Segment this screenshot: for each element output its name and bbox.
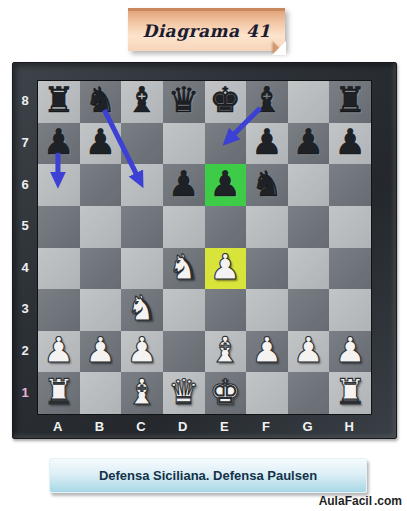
- file-label-d: D: [162, 413, 204, 439]
- square-f2[interactable]: ♟: [246, 331, 288, 373]
- piece-black-bishop: ♝: [126, 83, 157, 118]
- title-banner: Diagrama 41: [128, 8, 285, 51]
- square-c8[interactable]: ♝: [121, 81, 163, 123]
- square-h8[interactable]: ♜: [329, 81, 371, 123]
- square-b5[interactable]: [80, 206, 122, 248]
- piece-black-knight: ♞: [251, 167, 282, 202]
- piece-white-pawn: ♟: [126, 333, 157, 368]
- square-h2[interactable]: ♟: [329, 331, 371, 373]
- square-g4[interactable]: [288, 248, 330, 290]
- square-f1[interactable]: [246, 372, 288, 414]
- square-h6[interactable]: [329, 164, 371, 206]
- square-h5[interactable]: [329, 206, 371, 248]
- piece-white-rook: ♜: [334, 375, 365, 410]
- square-c6[interactable]: [121, 164, 163, 206]
- piece-black-pawn: ♟: [334, 125, 365, 160]
- file-label-f: F: [245, 413, 287, 439]
- square-a7[interactable]: ♟: [38, 123, 80, 165]
- chess-board-frame: 87654321 ABCDEFGH ♜♞♝♛♚♝♜♟♟♟♟♟♟♟♞♞♟♞♟♟♟♝…: [12, 62, 397, 439]
- piece-black-pawn: ♟: [293, 125, 324, 160]
- rank-label-5: 5: [13, 205, 37, 247]
- piece-black-king: ♚: [210, 83, 241, 118]
- square-e3[interactable]: [205, 289, 247, 331]
- square-f8[interactable]: ♝: [246, 81, 288, 123]
- square-g6[interactable]: [288, 164, 330, 206]
- square-c2[interactable]: ♟: [121, 331, 163, 373]
- square-e4[interactable]: ♟: [205, 248, 247, 290]
- piece-white-pawn: ♟: [85, 333, 116, 368]
- square-a5[interactable]: [38, 206, 80, 248]
- file-label-c: C: [120, 413, 162, 439]
- square-d8[interactable]: ♛: [163, 81, 205, 123]
- caption-text: Defensa Siciliana. Defensa Paulsen: [99, 468, 317, 483]
- square-b2[interactable]: ♟: [80, 331, 122, 373]
- rank-labels: 87654321: [13, 80, 37, 413]
- square-a4[interactable]: [38, 248, 80, 290]
- square-h4[interactable]: [329, 248, 371, 290]
- piece-white-bishop: ♝: [126, 375, 157, 410]
- rank-label-3: 3: [13, 288, 37, 330]
- square-e7[interactable]: [205, 123, 247, 165]
- square-d1[interactable]: ♛: [163, 372, 205, 414]
- square-e6[interactable]: ♟: [205, 164, 247, 206]
- site-tld: .com: [374, 494, 402, 508]
- piece-black-pawn: ♟: [210, 167, 241, 202]
- square-h7[interactable]: ♟: [329, 123, 371, 165]
- square-b1[interactable]: [80, 372, 122, 414]
- square-g7[interactable]: ♟: [288, 123, 330, 165]
- square-g3[interactable]: [288, 289, 330, 331]
- square-e1[interactable]: ♚: [205, 372, 247, 414]
- piece-black-rook: ♜: [334, 83, 365, 118]
- file-label-b: B: [79, 413, 121, 439]
- square-b3[interactable]: [80, 289, 122, 331]
- square-d2[interactable]: [163, 331, 205, 373]
- square-b6[interactable]: [80, 164, 122, 206]
- piece-white-king: ♚: [210, 375, 241, 410]
- square-g5[interactable]: [288, 206, 330, 248]
- square-g1[interactable]: [288, 372, 330, 414]
- rank-label-2: 2: [13, 330, 37, 372]
- rank-label-1: 1: [13, 371, 37, 413]
- square-f5[interactable]: [246, 206, 288, 248]
- square-f3[interactable]: [246, 289, 288, 331]
- square-e8[interactable]: ♚: [205, 81, 247, 123]
- file-labels: ABCDEFGH: [37, 413, 370, 439]
- square-b7[interactable]: ♟: [80, 123, 122, 165]
- piece-white-pawn: ♟: [293, 333, 324, 368]
- piece-black-queen: ♛: [168, 83, 199, 118]
- rank-label-6: 6: [13, 163, 37, 205]
- square-d5[interactable]: [163, 206, 205, 248]
- rank-label-7: 7: [13, 122, 37, 164]
- square-d4[interactable]: ♞: [163, 248, 205, 290]
- square-f4[interactable]: [246, 248, 288, 290]
- piece-white-pawn: ♟: [43, 333, 74, 368]
- piece-black-pawn: ♟: [251, 125, 282, 160]
- title-banner-text: Diagrama 41: [142, 21, 270, 41]
- piece-black-knight: ♞: [85, 83, 116, 118]
- square-a1[interactable]: ♜: [38, 372, 80, 414]
- piece-white-queen: ♛: [168, 375, 199, 410]
- square-f6[interactable]: ♞: [246, 164, 288, 206]
- square-e2[interactable]: ♝: [205, 331, 247, 373]
- square-a3[interactable]: [38, 289, 80, 331]
- square-c4[interactable]: [121, 248, 163, 290]
- piece-white-knight: ♞: [168, 250, 199, 285]
- square-d7[interactable]: [163, 123, 205, 165]
- piece-white-rook: ♜: [43, 375, 74, 410]
- square-c1[interactable]: ♝: [121, 372, 163, 414]
- square-a8[interactable]: ♜: [38, 81, 80, 123]
- square-d3[interactable]: [163, 289, 205, 331]
- caption-box: Defensa Siciliana. Defensa Paulsen: [49, 458, 367, 493]
- file-label-e: E: [204, 413, 246, 439]
- square-c3[interactable]: ♞: [121, 289, 163, 331]
- square-c7[interactable]: [121, 123, 163, 165]
- square-b8[interactable]: ♞: [80, 81, 122, 123]
- rank-label-8: 8: [13, 80, 37, 122]
- piece-black-pawn: ♟: [43, 125, 74, 160]
- square-g2[interactable]: ♟: [288, 331, 330, 373]
- square-e5[interactable]: [205, 206, 247, 248]
- file-label-g: G: [287, 413, 329, 439]
- square-b4[interactable]: [80, 248, 122, 290]
- piece-white-pawn: ♟: [334, 333, 365, 368]
- rank-label-4: 4: [13, 247, 37, 289]
- file-label-a: A: [37, 413, 79, 439]
- square-h3[interactable]: [329, 289, 371, 331]
- piece-black-pawn: ♟: [168, 167, 199, 202]
- piece-white-pawn: ♟: [210, 250, 241, 285]
- piece-white-pawn: ♟: [251, 333, 282, 368]
- square-a6[interactable]: [38, 164, 80, 206]
- file-label-h: H: [328, 413, 370, 439]
- piece-black-bishop: ♝: [251, 83, 282, 118]
- square-g8[interactable]: [288, 81, 330, 123]
- site-watermark: AulaFacil.com: [319, 494, 402, 508]
- square-c5[interactable]: [121, 206, 163, 248]
- square-a2[interactable]: ♟: [38, 331, 80, 373]
- piece-black-rook: ♜: [43, 83, 74, 118]
- piece-white-bishop: ♝: [210, 333, 241, 368]
- board-squares: ♜♞♝♛♚♝♜♟♟♟♟♟♟♟♞♞♟♞♟♟♟♝♟♟♟♜♝♛♚♜: [37, 80, 372, 415]
- square-d6[interactable]: ♟: [163, 164, 205, 206]
- piece-white-knight: ♞: [126, 291, 157, 326]
- site-brand: AulaFacil: [319, 494, 372, 508]
- square-f7[interactable]: ♟: [246, 123, 288, 165]
- piece-black-pawn: ♟: [85, 125, 116, 160]
- square-h1[interactable]: ♜: [329, 372, 371, 414]
